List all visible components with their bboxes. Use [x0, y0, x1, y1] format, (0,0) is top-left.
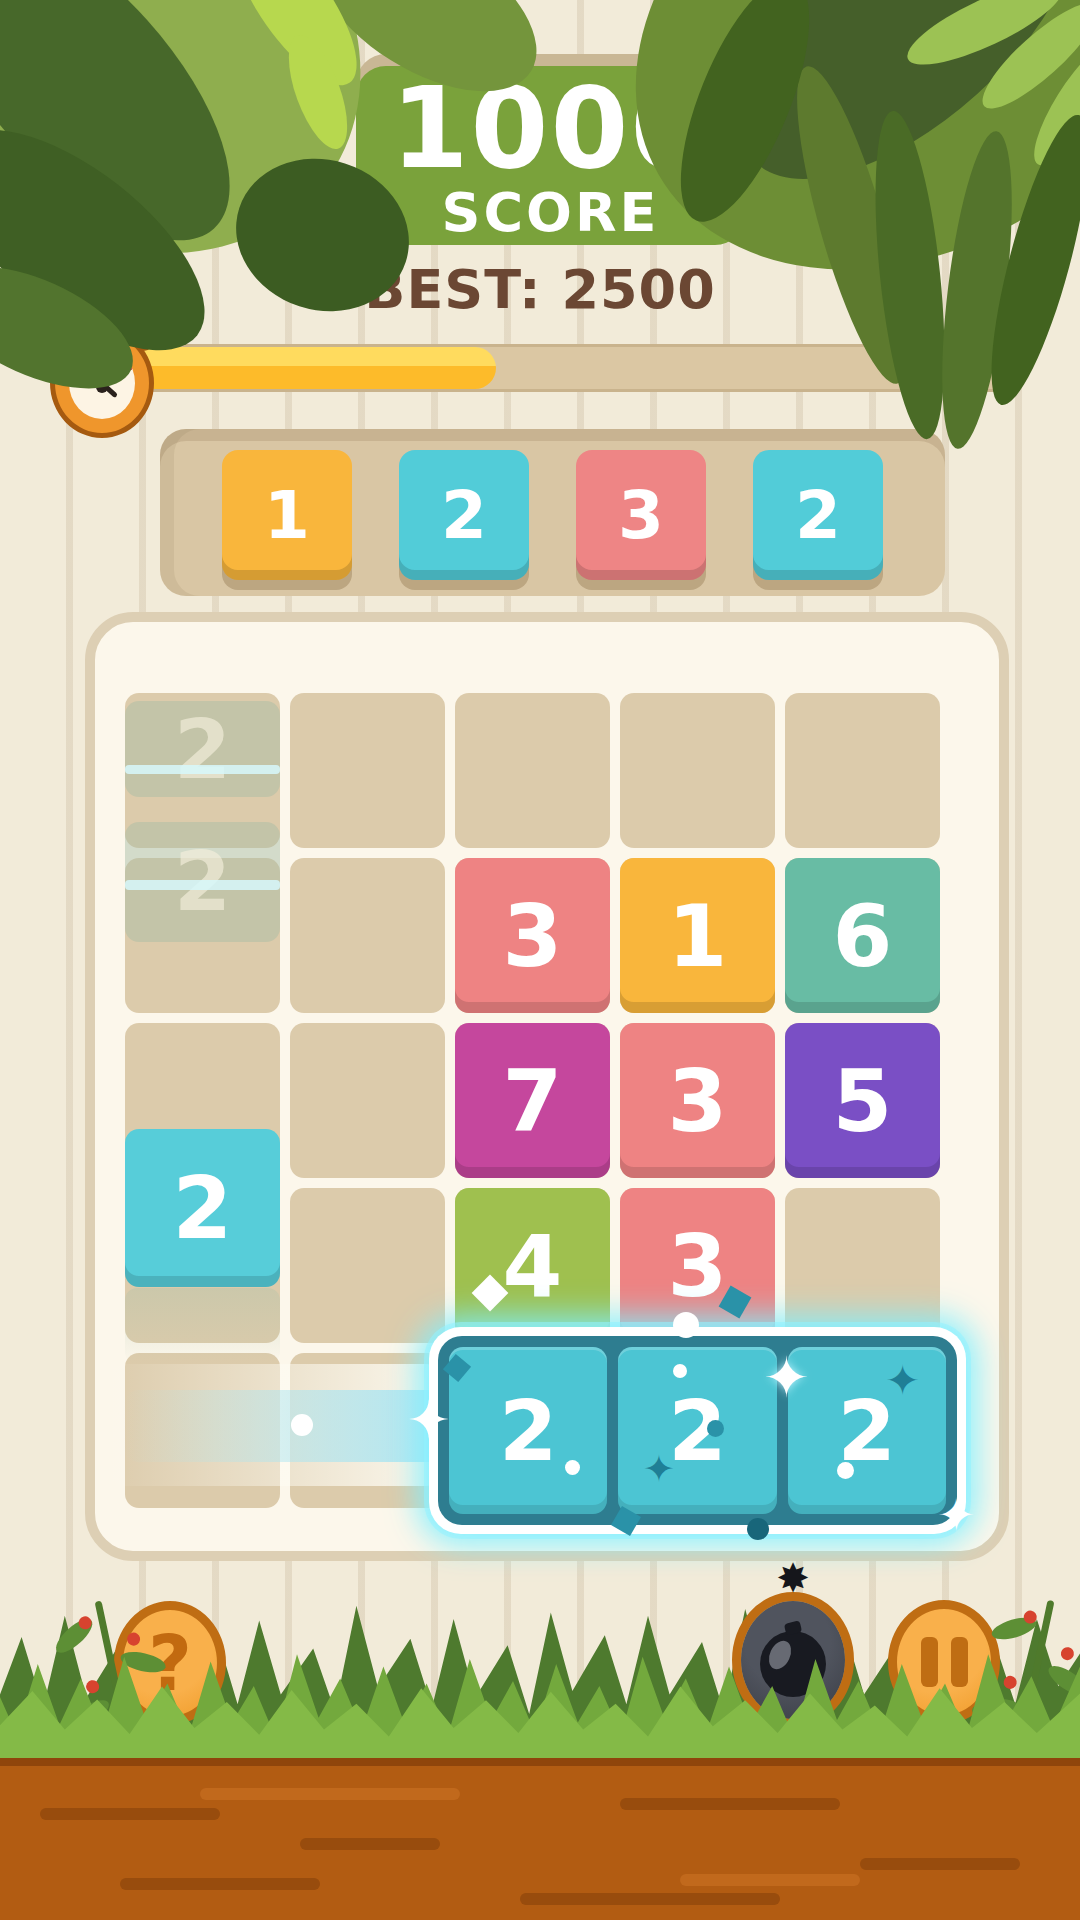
board-tile[interactable]: 3: [620, 1023, 775, 1178]
board-tile[interactable]: 3: [455, 858, 610, 1013]
moving-tile[interactable]: 2: [125, 1129, 280, 1287]
wood-floor: [0, 1758, 1080, 1920]
board-tile[interactable]: 3: [620, 1188, 775, 1343]
motion-streak: [125, 765, 280, 774]
board-tile[interactable]: 6: [785, 858, 940, 1013]
merge-tile[interactable]: 2: [449, 1347, 607, 1514]
stopwatch-icon: [48, 310, 168, 450]
board-cell[interactable]: [290, 1023, 445, 1178]
spark-icon: ✸: [776, 1555, 810, 1601]
next-tiles-tray: 1 2 3 2: [160, 429, 945, 596]
score-value: 1000: [391, 72, 711, 184]
tray-tile[interactable]: 1: [222, 450, 352, 580]
board-cell[interactable]: [785, 693, 940, 848]
board-cell[interactable]: [785, 1188, 940, 1343]
merge-tile[interactable]: 2: [788, 1347, 946, 1514]
tray-tile[interactable]: 2: [753, 450, 883, 580]
board-cell[interactable]: [620, 693, 775, 848]
timer-bar: [118, 344, 1018, 392]
tray-tile[interactable]: 2: [399, 450, 529, 580]
board-cell[interactable]: [290, 1188, 445, 1343]
score-label: SCORE: [442, 186, 660, 240]
game-board: 22316735432 ✦ 2 2 2 ✦ ✦ ✦ ✦: [85, 612, 1009, 1561]
coin-icon: $: [805, 75, 869, 139]
timer-fill: [121, 347, 496, 389]
board-cell[interactable]: [455, 693, 610, 848]
merge-row-highlight: 2 2 2: [429, 1327, 966, 1534]
motion-trail: [125, 1288, 280, 1364]
game-screen: { "game": "number-block-merge-puzzle", "…: [0, 0, 1080, 1920]
board-tile[interactable]: 4: [455, 1188, 610, 1343]
coin-counter: $ 200: [792, 64, 1054, 150]
swipe-trail: [123, 1390, 448, 1462]
score-panel: 1000 SCORE: [356, 66, 745, 245]
board-tile[interactable]: 5: [785, 1023, 940, 1178]
ghost-tile: 2: [125, 701, 280, 797]
coin-amount: 200: [869, 71, 1054, 144]
merge-row-frame: 2 2 2: [438, 1336, 957, 1525]
board-cell[interactable]: [290, 693, 445, 848]
tray-tile[interactable]: 3: [576, 450, 706, 580]
board-cell[interactable]: [290, 858, 445, 1013]
board-tile[interactable]: 1: [620, 858, 775, 1013]
board-tile[interactable]: 7: [455, 1023, 610, 1178]
merge-tile[interactable]: 2: [618, 1347, 776, 1514]
motion-streak: [125, 880, 280, 890]
